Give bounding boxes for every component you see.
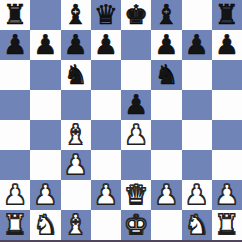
white-knight-piece[interactable]: ♞ bbox=[33, 211, 57, 238]
white-pawn-piece[interactable]: ♟ bbox=[3, 181, 27, 208]
square-g1[interactable]: ♞ bbox=[182, 210, 212, 240]
square-d6[interactable] bbox=[91, 60, 121, 90]
black-pawn-piece[interactable]: ♟ bbox=[154, 31, 178, 58]
square-f4[interactable] bbox=[151, 120, 181, 150]
square-d4[interactable] bbox=[91, 120, 121, 150]
white-king-piece[interactable]: ♚ bbox=[124, 211, 148, 238]
square-a3[interactable] bbox=[0, 150, 30, 180]
chess-app-screen: ♜♝♛♚♝♜♟♟♟♟♟♟♟♞♞♟♝♟♟♟♟♟♛♟♟♟♜♞♝♚♞♜ bbox=[0, 0, 242, 242]
black-queen-piece[interactable]: ♛ bbox=[94, 1, 118, 28]
black-bishop-piece[interactable]: ♝ bbox=[154, 1, 178, 28]
black-pawn-piece[interactable]: ♟ bbox=[94, 31, 118, 58]
square-c7[interactable]: ♟ bbox=[61, 30, 91, 60]
white-pawn-piece[interactable]: ♟ bbox=[94, 181, 118, 208]
square-f1[interactable] bbox=[151, 210, 181, 240]
white-pawn-piece[interactable]: ♟ bbox=[185, 181, 209, 208]
black-pawn-piece[interactable]: ♟ bbox=[64, 31, 88, 58]
white-pawn-piece[interactable]: ♟ bbox=[33, 181, 57, 208]
square-h4[interactable] bbox=[212, 120, 242, 150]
square-a6[interactable] bbox=[0, 60, 30, 90]
square-a5[interactable] bbox=[0, 90, 30, 120]
square-e1[interactable]: ♚ bbox=[121, 210, 151, 240]
square-e3[interactable] bbox=[121, 150, 151, 180]
white-queen-piece[interactable]: ♛ bbox=[124, 181, 148, 208]
square-a2[interactable]: ♟ bbox=[0, 180, 30, 210]
square-a7[interactable]: ♟ bbox=[0, 30, 30, 60]
square-d5[interactable] bbox=[91, 90, 121, 120]
square-c2[interactable] bbox=[61, 180, 91, 210]
black-pawn-piece[interactable]: ♟ bbox=[124, 91, 148, 118]
square-f3[interactable] bbox=[151, 150, 181, 180]
square-h2[interactable]: ♟ bbox=[212, 180, 242, 210]
square-d1[interactable] bbox=[91, 210, 121, 240]
square-c6[interactable]: ♞ bbox=[61, 60, 91, 90]
square-f7[interactable]: ♟ bbox=[151, 30, 181, 60]
square-g2[interactable]: ♟ bbox=[182, 180, 212, 210]
square-f5[interactable] bbox=[151, 90, 181, 120]
black-knight-piece[interactable]: ♞ bbox=[64, 61, 88, 88]
chess-board[interactable]: ♜♝♛♚♝♜♟♟♟♟♟♟♟♞♞♟♝♟♟♟♟♟♛♟♟♟♜♞♝♚♞♜ bbox=[0, 0, 242, 240]
black-king-piece[interactable]: ♚ bbox=[124, 1, 148, 28]
white-bishop-piece[interactable]: ♝ bbox=[64, 211, 88, 238]
square-g7[interactable]: ♟ bbox=[182, 30, 212, 60]
square-c5[interactable] bbox=[61, 90, 91, 120]
square-h6[interactable] bbox=[212, 60, 242, 90]
white-pawn-piece[interactable]: ♟ bbox=[124, 121, 148, 148]
black-pawn-piece[interactable]: ♟ bbox=[215, 31, 239, 58]
white-knight-piece[interactable]: ♞ bbox=[185, 211, 209, 238]
square-h1[interactable]: ♜ bbox=[212, 210, 242, 240]
black-pawn-piece[interactable]: ♟ bbox=[33, 31, 57, 58]
black-pawn-piece[interactable]: ♟ bbox=[185, 31, 209, 58]
square-a8[interactable]: ♜ bbox=[0, 0, 30, 30]
black-bishop-piece[interactable]: ♝ bbox=[64, 1, 88, 28]
square-h3[interactable] bbox=[212, 150, 242, 180]
white-pawn-piece[interactable]: ♟ bbox=[215, 181, 239, 208]
square-b3[interactable] bbox=[30, 150, 60, 180]
square-f6[interactable]: ♞ bbox=[151, 60, 181, 90]
black-knight-piece[interactable]: ♞ bbox=[154, 61, 178, 88]
square-c1[interactable]: ♝ bbox=[61, 210, 91, 240]
square-g5[interactable] bbox=[182, 90, 212, 120]
square-f8[interactable]: ♝ bbox=[151, 0, 181, 30]
square-d7[interactable]: ♟ bbox=[91, 30, 121, 60]
square-g6[interactable] bbox=[182, 60, 212, 90]
square-h7[interactable]: ♟ bbox=[212, 30, 242, 60]
white-pawn-piece[interactable]: ♟ bbox=[154, 181, 178, 208]
square-d2[interactable]: ♟ bbox=[91, 180, 121, 210]
square-e7[interactable] bbox=[121, 30, 151, 60]
square-b7[interactable]: ♟ bbox=[30, 30, 60, 60]
square-c3[interactable]: ♟ bbox=[61, 150, 91, 180]
square-e6[interactable] bbox=[121, 60, 151, 90]
square-d8[interactable]: ♛ bbox=[91, 0, 121, 30]
black-pawn-piece[interactable]: ♟ bbox=[3, 31, 27, 58]
square-d3[interactable] bbox=[91, 150, 121, 180]
square-b5[interactable] bbox=[30, 90, 60, 120]
white-rook-piece[interactable]: ♜ bbox=[3, 211, 27, 238]
square-b2[interactable]: ♟ bbox=[30, 180, 60, 210]
black-rook-piece[interactable]: ♜ bbox=[215, 1, 239, 28]
square-g4[interactable] bbox=[182, 120, 212, 150]
square-g3[interactable] bbox=[182, 150, 212, 180]
square-h8[interactable]: ♜ bbox=[212, 0, 242, 30]
white-bishop-piece[interactable]: ♝ bbox=[64, 121, 88, 148]
square-e4[interactable]: ♟ bbox=[121, 120, 151, 150]
square-f2[interactable]: ♟ bbox=[151, 180, 181, 210]
square-h5[interactable] bbox=[212, 90, 242, 120]
square-a4[interactable] bbox=[0, 120, 30, 150]
square-e8[interactable]: ♚ bbox=[121, 0, 151, 30]
square-e5[interactable]: ♟ bbox=[121, 90, 151, 120]
square-b4[interactable] bbox=[30, 120, 60, 150]
square-g8[interactable] bbox=[182, 0, 212, 30]
black-rook-piece[interactable]: ♜ bbox=[3, 1, 27, 28]
white-pawn-piece[interactable]: ♟ bbox=[64, 151, 88, 178]
square-c8[interactable]: ♝ bbox=[61, 0, 91, 30]
square-b1[interactable]: ♞ bbox=[30, 210, 60, 240]
square-e2[interactable]: ♛ bbox=[121, 180, 151, 210]
white-rook-piece[interactable]: ♜ bbox=[215, 211, 239, 238]
square-c4[interactable]: ♝ bbox=[61, 120, 91, 150]
square-b8[interactable] bbox=[30, 0, 60, 30]
square-b6[interactable] bbox=[30, 60, 60, 90]
square-a1[interactable]: ♜ bbox=[0, 210, 30, 240]
